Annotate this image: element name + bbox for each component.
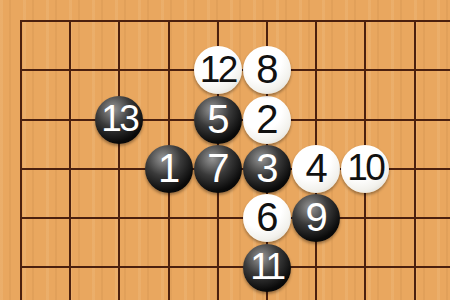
stone-black-13[interactable]: 13 xyxy=(95,96,143,144)
stone-move-number: 10 xyxy=(347,149,383,186)
stone-move-number: 12 xyxy=(200,51,236,88)
stone-black-5[interactable]: 5 xyxy=(194,96,242,144)
stone-move-number: 4 xyxy=(306,148,327,188)
stone-move-number: 7 xyxy=(207,148,228,188)
stone-move-number: 8 xyxy=(256,49,277,89)
stone-move-number: 13 xyxy=(101,100,137,137)
stone-move-number: 5 xyxy=(207,99,228,139)
stone-move-number: 2 xyxy=(256,99,277,139)
stone-black-7[interactable]: 7 xyxy=(194,145,242,193)
stone-move-number: 6 xyxy=(256,197,277,237)
stone-white-8[interactable]: 8 xyxy=(243,46,291,94)
stone-black-11[interactable]: 11 xyxy=(243,244,291,292)
stone-black-9[interactable]: 9 xyxy=(292,194,340,242)
stone-white-10[interactable]: 10 xyxy=(341,145,389,193)
stone-move-number: 11 xyxy=(250,248,283,285)
stone-white-4[interactable]: 4 xyxy=(292,145,340,193)
go-board-stones-grid[interactable]: 12345678910111213 xyxy=(0,0,450,300)
go-board[interactable]: 12345678910111213 xyxy=(0,0,450,300)
stone-move-number: 9 xyxy=(306,197,327,237)
stone-move-number: 3 xyxy=(256,148,277,188)
stone-move-number: 1 xyxy=(158,148,179,188)
stone-black-1[interactable]: 1 xyxy=(145,145,193,193)
stone-white-2[interactable]: 2 xyxy=(243,96,291,144)
stone-white-12[interactable]: 12 xyxy=(194,46,242,94)
stone-black-3[interactable]: 3 xyxy=(243,145,291,193)
stone-white-6[interactable]: 6 xyxy=(243,194,291,242)
